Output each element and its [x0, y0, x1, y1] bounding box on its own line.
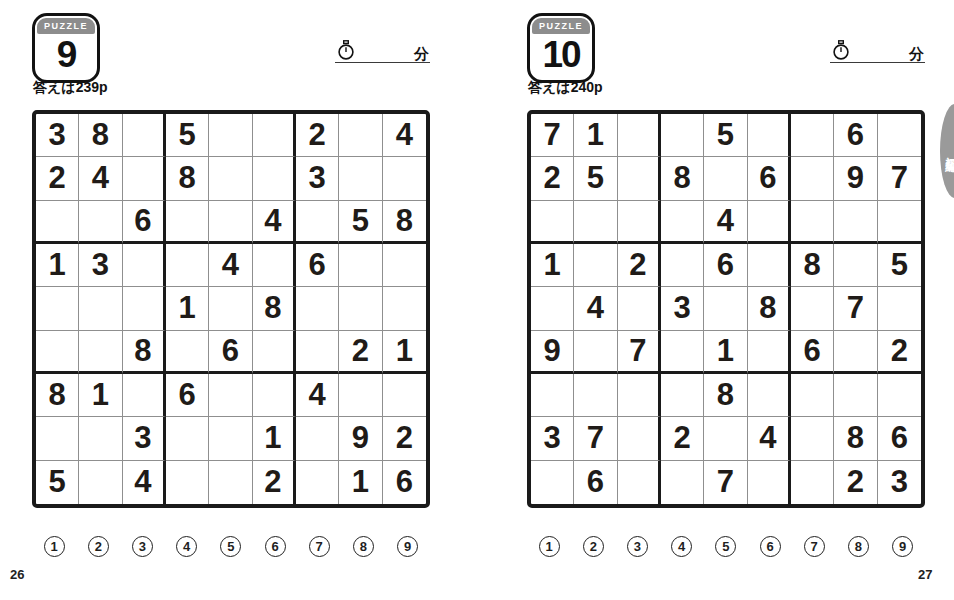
cell-r8c6: 1	[253, 417, 296, 460]
cell-r3c1	[531, 201, 574, 244]
cell-r2c5	[704, 157, 747, 200]
cell-r6c8: 2	[339, 331, 382, 374]
cell-r9c2: 6	[574, 461, 617, 504]
cell-r7c3	[123, 374, 166, 417]
cell-r5c2: 4	[574, 287, 617, 330]
circled-number: 7	[309, 536, 330, 557]
cell-r2c3	[618, 157, 661, 200]
cell-r7c3	[618, 374, 661, 417]
cell-r1c3	[618, 114, 661, 157]
circled-number: 9	[397, 536, 418, 557]
cell-r6c9: 1	[383, 331, 426, 374]
time-entry-field: 分	[335, 40, 430, 63]
cell-r9c9: 3	[878, 461, 921, 504]
cell-r3c9	[878, 201, 921, 244]
cell-r6c8	[834, 331, 877, 374]
circled-number: 3	[132, 536, 153, 557]
cell-r5c7	[791, 287, 834, 330]
column-marker-3: 3	[120, 536, 164, 557]
cell-r3c7	[791, 201, 834, 244]
puzzle-badge-title: PUZZLE	[532, 18, 590, 34]
cell-r5c8: 7	[834, 287, 877, 330]
cell-r2c2: 5	[574, 157, 617, 200]
cell-r6c7	[296, 331, 339, 374]
circled-number: 1	[44, 536, 65, 557]
cell-r8c8: 9	[339, 417, 382, 460]
puzzle-number: 10	[532, 34, 590, 76]
circled-number: 7	[804, 536, 825, 557]
circled-number: 5	[715, 536, 736, 557]
cell-r6c1: 9	[531, 331, 574, 374]
level-tab: 初級編	[940, 104, 954, 198]
cell-r1c9	[878, 114, 921, 157]
cell-r7c6	[748, 374, 791, 417]
cell-r5c6: 8	[748, 287, 791, 330]
cell-r6c3: 7	[618, 331, 661, 374]
cell-r8c5	[209, 417, 252, 460]
cell-r4c5: 4	[209, 244, 252, 287]
cell-r3c2	[574, 201, 617, 244]
cell-r3c8: 5	[339, 201, 382, 244]
cell-r2c4: 8	[661, 157, 704, 200]
column-marker-8: 8	[341, 536, 385, 557]
cell-r9c5: 7	[704, 461, 747, 504]
cell-r1c6	[748, 114, 791, 157]
cell-r1c2: 1	[574, 114, 617, 157]
cell-r1c8: 6	[834, 114, 877, 157]
cell-r3c1	[36, 201, 79, 244]
cell-r2c8	[339, 157, 382, 200]
cell-r7c7: 4	[296, 374, 339, 417]
cell-r7c5	[209, 374, 252, 417]
sudoku-grid-10: 715625869741268543879716283724866723	[527, 110, 925, 508]
column-marker-2: 2	[76, 536, 120, 557]
cell-r5c1	[531, 287, 574, 330]
cell-r4c6	[253, 244, 296, 287]
cell-r4c2	[574, 244, 617, 287]
cell-r2c6	[253, 157, 296, 200]
cell-r6c2	[79, 331, 122, 374]
column-marker-9: 9	[881, 536, 925, 557]
cell-r2c6: 6	[748, 157, 791, 200]
cell-r4c2: 3	[79, 244, 122, 287]
cell-r6c5: 6	[209, 331, 252, 374]
cell-r7c7	[791, 374, 834, 417]
cell-r2c7: 3	[296, 157, 339, 200]
cell-r4c6	[748, 244, 791, 287]
cell-r5c9	[383, 287, 426, 330]
circled-number: 8	[353, 536, 374, 557]
cell-r9c5	[209, 461, 252, 504]
cell-r7c9	[383, 374, 426, 417]
cell-r4c1: 1	[531, 244, 574, 287]
cell-r1c5: 5	[704, 114, 747, 157]
cell-r4c5: 6	[704, 244, 747, 287]
page-number-right: 27	[918, 567, 932, 582]
cell-r7c9	[878, 374, 921, 417]
circled-number: 6	[265, 536, 286, 557]
cell-r8c5	[704, 417, 747, 460]
puzzle-10-block: PUZZLE 10 答えは240p 分 71562586974126854387…	[527, 0, 925, 600]
cell-r6c2	[574, 331, 617, 374]
cell-r6c4	[661, 331, 704, 374]
cell-r2c9: 7	[878, 157, 921, 200]
cell-r5c3	[123, 287, 166, 330]
cell-r8c3: 3	[123, 417, 166, 460]
cell-r1c9: 4	[383, 114, 426, 157]
level-tab-label: 初級編	[945, 148, 954, 154]
puzzle-badge: PUZZLE 9	[32, 13, 100, 83]
cell-r4c8	[834, 244, 877, 287]
cell-r4c1: 1	[36, 244, 79, 287]
column-marker-3: 3	[615, 536, 659, 557]
cell-r6c6	[253, 331, 296, 374]
cell-r1c2: 8	[79, 114, 122, 157]
cell-r3c5	[209, 201, 252, 244]
cell-r4c4	[166, 244, 209, 287]
cell-r4c7: 6	[296, 244, 339, 287]
cell-r7c8	[834, 374, 877, 417]
circled-number: 5	[220, 536, 241, 557]
column-marker-4: 4	[165, 536, 209, 557]
cell-r9c9: 6	[383, 461, 426, 504]
cell-r2c4: 8	[166, 157, 209, 200]
puzzle-badge-title: PUZZLE	[37, 18, 95, 34]
column-marker-1: 1	[527, 536, 571, 557]
cell-r8c1: 3	[531, 417, 574, 460]
sudoku-grid-9: 385242483645813461886218164319254216	[32, 110, 430, 508]
column-marker-1: 1	[32, 536, 76, 557]
cell-r8c2	[79, 417, 122, 460]
cell-r9c6	[748, 461, 791, 504]
cell-r8c1	[36, 417, 79, 460]
cell-r5c8	[339, 287, 382, 330]
cell-r3c9: 8	[383, 201, 426, 244]
cell-r9c4	[661, 461, 704, 504]
cell-r8c3	[618, 417, 661, 460]
cell-r9c1: 5	[36, 461, 79, 504]
column-marker-5: 5	[704, 536, 748, 557]
cell-r9c7	[296, 461, 339, 504]
circled-number: 9	[892, 536, 913, 557]
cell-r7c6	[253, 374, 296, 417]
cell-r2c9	[383, 157, 426, 200]
cell-r8c8: 8	[834, 417, 877, 460]
cell-r8c9: 6	[878, 417, 921, 460]
cell-r5c5	[704, 287, 747, 330]
answer-page-note: 答えは240p	[528, 79, 603, 97]
cell-r6c1	[36, 331, 79, 374]
cell-r5c4: 1	[166, 287, 209, 330]
cell-r9c3: 4	[123, 461, 166, 504]
cell-r6c9: 2	[878, 331, 921, 374]
minutes-label: 分	[909, 45, 924, 62]
cell-r3c6: 4	[253, 201, 296, 244]
minutes-label: 分	[414, 45, 429, 62]
time-entry-field: 分	[830, 40, 925, 63]
cell-r5c7	[296, 287, 339, 330]
cell-r1c5	[209, 114, 252, 157]
cell-r6c4	[166, 331, 209, 374]
circled-number: 2	[583, 536, 604, 557]
cell-r2c1: 2	[531, 157, 574, 200]
column-marker-6: 6	[253, 536, 297, 557]
cell-r8c7	[296, 417, 339, 460]
cell-r1c4: 5	[166, 114, 209, 157]
cell-r5c5	[209, 287, 252, 330]
cell-r5c6: 8	[253, 287, 296, 330]
cell-r7c1	[531, 374, 574, 417]
cell-r5c2	[79, 287, 122, 330]
cell-r3c8	[834, 201, 877, 244]
circled-number: 4	[671, 536, 692, 557]
cell-r2c8: 9	[834, 157, 877, 200]
cell-r5c1	[36, 287, 79, 330]
stopwatch-icon	[337, 40, 355, 61]
page-number-left: 26	[10, 567, 24, 582]
cell-r5c9	[878, 287, 921, 330]
cell-r2c2: 4	[79, 157, 122, 200]
cell-r7c4	[661, 374, 704, 417]
cell-r8c6: 4	[748, 417, 791, 460]
column-marker-6: 6	[748, 536, 792, 557]
cell-r3c3	[618, 201, 661, 244]
cell-r7c2: 1	[79, 374, 122, 417]
puzzle-number: 9	[37, 34, 95, 76]
cell-r3c2	[79, 201, 122, 244]
puzzle-9-block: PUZZLE 9 答えは239p 分 385242483645813461886…	[32, 0, 430, 600]
circled-number: 3	[627, 536, 648, 557]
cell-r9c4	[166, 461, 209, 504]
cell-r4c9	[383, 244, 426, 287]
cell-r2c1: 2	[36, 157, 79, 200]
cell-r6c6	[748, 331, 791, 374]
cell-r9c8: 1	[339, 461, 382, 504]
cell-r1c3	[123, 114, 166, 157]
cell-r1c1: 7	[531, 114, 574, 157]
cell-r1c7: 2	[296, 114, 339, 157]
circled-number: 1	[539, 536, 560, 557]
circled-number: 6	[760, 536, 781, 557]
cell-r8c4: 2	[661, 417, 704, 460]
cell-r6c7: 6	[791, 331, 834, 374]
column-marker-4: 4	[660, 536, 704, 557]
circled-number: 8	[848, 536, 869, 557]
cell-r7c1: 8	[36, 374, 79, 417]
puzzle-badge: PUZZLE 10	[527, 13, 595, 83]
column-marker-8: 8	[836, 536, 880, 557]
cell-r8c4	[166, 417, 209, 460]
cell-r3c3: 6	[123, 201, 166, 244]
cell-r9c1	[531, 461, 574, 504]
circled-number: 2	[88, 536, 109, 557]
cell-r5c4: 3	[661, 287, 704, 330]
column-markers: 123456789	[527, 536, 925, 557]
cell-r8c7	[791, 417, 834, 460]
cell-r4c3: 2	[618, 244, 661, 287]
cell-r8c2: 7	[574, 417, 617, 460]
column-marker-7: 7	[297, 536, 341, 557]
cell-r7c2	[574, 374, 617, 417]
cell-r7c8	[339, 374, 382, 417]
column-marker-5: 5	[209, 536, 253, 557]
cell-r3c7	[296, 201, 339, 244]
column-marker-9: 9	[386, 536, 430, 557]
cell-r1c7	[791, 114, 834, 157]
cell-r2c7	[791, 157, 834, 200]
cell-r3c5: 4	[704, 201, 747, 244]
cell-r9c6: 2	[253, 461, 296, 504]
cell-r9c8: 2	[834, 461, 877, 504]
cell-r4c9: 5	[878, 244, 921, 287]
cell-r2c3	[123, 157, 166, 200]
cell-r4c8	[339, 244, 382, 287]
circled-number: 4	[176, 536, 197, 557]
cell-r1c8	[339, 114, 382, 157]
stopwatch-icon	[832, 40, 850, 61]
cell-r3c4	[166, 201, 209, 244]
cell-r1c1: 3	[36, 114, 79, 157]
cell-r6c5: 1	[704, 331, 747, 374]
cell-r5c3	[618, 287, 661, 330]
cell-r9c3	[618, 461, 661, 504]
cell-r7c5: 8	[704, 374, 747, 417]
column-markers: 123456789	[32, 536, 430, 557]
cell-r6c3: 8	[123, 331, 166, 374]
cell-r4c3	[123, 244, 166, 287]
cell-r9c7	[791, 461, 834, 504]
cell-r3c4	[661, 201, 704, 244]
cell-r1c6	[253, 114, 296, 157]
cell-r2c5	[209, 157, 252, 200]
cell-r8c9: 2	[383, 417, 426, 460]
cell-r7c4: 6	[166, 374, 209, 417]
cell-r4c7: 8	[791, 244, 834, 287]
column-marker-7: 7	[792, 536, 836, 557]
cell-r1c4	[661, 114, 704, 157]
cell-r9c2	[79, 461, 122, 504]
cell-r4c4	[661, 244, 704, 287]
answer-page-note: 答えは239p	[33, 79, 108, 97]
cell-r3c6	[748, 201, 791, 244]
column-marker-2: 2	[571, 536, 615, 557]
